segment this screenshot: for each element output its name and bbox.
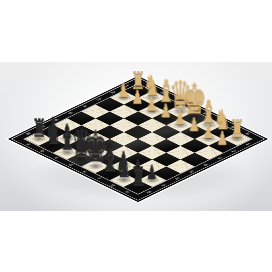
- rook-icon: ♜: [131, 164, 146, 189]
- pawn-icon: ♟: [217, 129, 228, 148]
- piece-white-pawn: ♟: [193, 127, 253, 146]
- product-screenshot: abcdefgh abcdefgh 12345678 12345678 ♜♞♝♛…: [0, 0, 272, 272]
- piece-black-rook: ♜: [108, 162, 168, 187]
